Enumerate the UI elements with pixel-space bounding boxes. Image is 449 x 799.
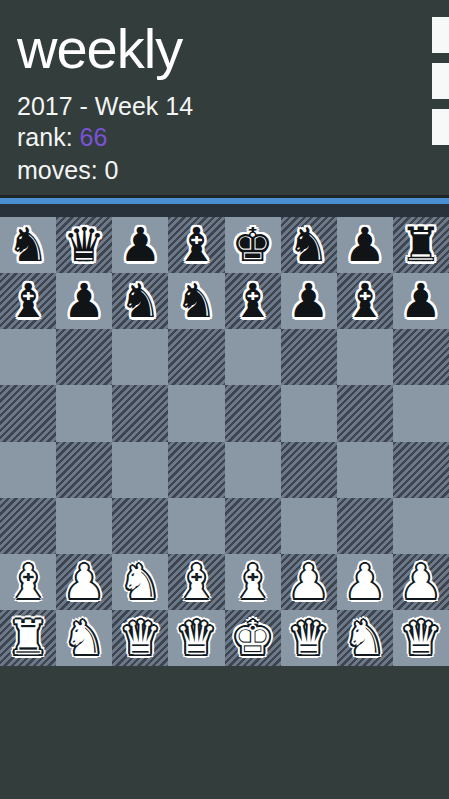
square-f3[interactable] bbox=[281, 498, 337, 554]
square-b2[interactable]: ♟ bbox=[56, 554, 112, 610]
week-subtitle: 2017 - Week 14 bbox=[17, 92, 193, 120]
square-c7[interactable]: ♞ bbox=[112, 273, 168, 329]
black-pawn-h7[interactable]: ♟ bbox=[393, 273, 449, 329]
black-pawn-b7[interactable]: ♟ bbox=[56, 273, 112, 329]
square-h6[interactable] bbox=[393, 329, 449, 385]
black-knight-c7[interactable]: ♞ bbox=[112, 273, 168, 329]
square-f7[interactable]: ♟ bbox=[281, 273, 337, 329]
white-queen-f1[interactable]: ♛ bbox=[281, 610, 337, 666]
menu-bar bbox=[432, 109, 449, 145]
square-e2[interactable]: ♝ bbox=[225, 554, 281, 610]
square-e7[interactable]: ♝ bbox=[225, 273, 281, 329]
square-a7[interactable]: ♝ bbox=[0, 273, 56, 329]
square-b5[interactable] bbox=[56, 385, 112, 441]
black-rook-h8[interactable]: ♜ bbox=[393, 217, 449, 273]
rank-label: rank: bbox=[17, 123, 80, 151]
white-bishop-e2[interactable]: ♝ bbox=[225, 554, 281, 610]
square-e3[interactable] bbox=[225, 498, 281, 554]
menu-bar bbox=[432, 63, 449, 99]
black-pawn-f7[interactable]: ♟ bbox=[281, 273, 337, 329]
footer-empty-area bbox=[0, 666, 449, 799]
square-f1[interactable]: ♛ bbox=[281, 610, 337, 666]
square-d2[interactable]: ♝ bbox=[168, 554, 224, 610]
black-pawn-c8[interactable]: ♟ bbox=[112, 217, 168, 273]
square-f2[interactable]: ♟ bbox=[281, 554, 337, 610]
black-knight-d7[interactable]: ♞ bbox=[168, 273, 224, 329]
square-a1[interactable]: ♜ bbox=[0, 610, 56, 666]
square-b7[interactable]: ♟ bbox=[56, 273, 112, 329]
white-pawn-g2[interactable]: ♟ bbox=[337, 554, 393, 610]
square-b4[interactable] bbox=[56, 442, 112, 498]
square-g3[interactable] bbox=[337, 498, 393, 554]
white-knight-b1[interactable]: ♞ bbox=[56, 610, 112, 666]
square-e1[interactable]: ♚ bbox=[225, 610, 281, 666]
square-g2[interactable]: ♟ bbox=[337, 554, 393, 610]
white-queen-c1[interactable]: ♛ bbox=[112, 610, 168, 666]
white-rook-a1[interactable]: ♜ bbox=[0, 610, 56, 666]
square-h7[interactable]: ♟ bbox=[393, 273, 449, 329]
square-c2[interactable]: ♞ bbox=[112, 554, 168, 610]
square-b6[interactable] bbox=[56, 329, 112, 385]
white-king-e1[interactable]: ♚ bbox=[225, 610, 281, 666]
square-g4[interactable] bbox=[337, 442, 393, 498]
square-c6[interactable] bbox=[112, 329, 168, 385]
square-f4[interactable] bbox=[281, 442, 337, 498]
menu-bar bbox=[432, 17, 449, 53]
square-d7[interactable]: ♞ bbox=[168, 273, 224, 329]
white-knight-c2[interactable]: ♞ bbox=[112, 554, 168, 610]
square-c8[interactable]: ♟ bbox=[112, 217, 168, 273]
square-c4[interactable] bbox=[112, 442, 168, 498]
square-c1[interactable]: ♛ bbox=[112, 610, 168, 666]
weekly-puzzle-screen: weekly 2017 - Week 14 rank: 66 moves: 0 … bbox=[0, 0, 449, 799]
white-pawn-h2[interactable]: ♟ bbox=[393, 554, 449, 610]
moves-line: moves: 0 bbox=[17, 156, 118, 185]
square-f8[interactable]: ♞ bbox=[281, 217, 337, 273]
square-a6[interactable] bbox=[0, 329, 56, 385]
header: weekly 2017 - Week 14 rank: 66 moves: 0 bbox=[0, 0, 449, 195]
square-d4[interactable] bbox=[168, 442, 224, 498]
square-a8[interactable]: ♞ bbox=[0, 217, 56, 273]
black-knight-f8[interactable]: ♞ bbox=[281, 217, 337, 273]
square-b8[interactable]: ♛ bbox=[56, 217, 112, 273]
black-bishop-a7[interactable]: ♝ bbox=[0, 273, 56, 329]
black-bishop-g7[interactable]: ♝ bbox=[337, 273, 393, 329]
white-bishop-a2[interactable]: ♝ bbox=[0, 554, 56, 610]
square-a4[interactable] bbox=[0, 442, 56, 498]
square-g1[interactable]: ♞ bbox=[337, 610, 393, 666]
white-knight-g1[interactable]: ♞ bbox=[337, 610, 393, 666]
square-c3[interactable] bbox=[112, 498, 168, 554]
square-h1[interactable]: ♛ bbox=[393, 610, 449, 666]
square-h3[interactable] bbox=[393, 498, 449, 554]
black-knight-a8[interactable]: ♞ bbox=[0, 217, 56, 273]
page-title: weekly bbox=[17, 20, 182, 78]
black-pawn-g8[interactable]: ♟ bbox=[337, 217, 393, 273]
square-e8[interactable]: ♚ bbox=[225, 217, 281, 273]
square-c5[interactable] bbox=[112, 385, 168, 441]
square-f6[interactable] bbox=[281, 329, 337, 385]
square-h2[interactable]: ♟ bbox=[393, 554, 449, 610]
square-d6[interactable] bbox=[168, 329, 224, 385]
moves-label: moves: bbox=[17, 156, 105, 184]
square-d8[interactable]: ♝ bbox=[168, 217, 224, 273]
square-g8[interactable]: ♟ bbox=[337, 217, 393, 273]
square-h4[interactable] bbox=[393, 442, 449, 498]
square-e5[interactable] bbox=[225, 385, 281, 441]
black-king-e8[interactable]: ♚ bbox=[225, 217, 281, 273]
board-top-shadow bbox=[0, 204, 449, 217]
rank-value: 66 bbox=[80, 123, 108, 151]
chess-board: ♞♛♟♝♚♞♟♜♝♟♞♞♝♟♝♟♝♟♞♝♝♟♟♟♜♞♛♛♚♛♞♛ bbox=[0, 217, 449, 666]
square-g5[interactable] bbox=[337, 385, 393, 441]
square-b3[interactable] bbox=[56, 498, 112, 554]
white-queen-d1[interactable]: ♛ bbox=[168, 610, 224, 666]
square-a3[interactable] bbox=[0, 498, 56, 554]
black-queen-b8[interactable]: ♛ bbox=[56, 217, 112, 273]
square-b1[interactable]: ♞ bbox=[56, 610, 112, 666]
square-f5[interactable] bbox=[281, 385, 337, 441]
square-a5[interactable] bbox=[0, 385, 56, 441]
square-h5[interactable] bbox=[393, 385, 449, 441]
square-d5[interactable] bbox=[168, 385, 224, 441]
square-d3[interactable] bbox=[168, 498, 224, 554]
white-pawn-f2[interactable]: ♟ bbox=[281, 554, 337, 610]
white-bishop-d2[interactable]: ♝ bbox=[168, 554, 224, 610]
moves-value: 0 bbox=[105, 156, 119, 184]
square-g6[interactable] bbox=[337, 329, 393, 385]
rank-line: rank: 66 bbox=[17, 123, 107, 152]
square-e4[interactable] bbox=[225, 442, 281, 498]
square-d1[interactable]: ♛ bbox=[168, 610, 224, 666]
square-h8[interactable]: ♜ bbox=[393, 217, 449, 273]
white-pawn-b2[interactable]: ♟ bbox=[56, 554, 112, 610]
square-e6[interactable] bbox=[225, 329, 281, 385]
square-a2[interactable]: ♝ bbox=[0, 554, 56, 610]
hamburger-menu-icon[interactable] bbox=[432, 17, 449, 145]
black-bishop-e7[interactable]: ♝ bbox=[225, 273, 281, 329]
square-g7[interactable]: ♝ bbox=[337, 273, 393, 329]
white-queen-h1[interactable]: ♛ bbox=[393, 610, 449, 666]
black-bishop-d8[interactable]: ♝ bbox=[168, 217, 224, 273]
